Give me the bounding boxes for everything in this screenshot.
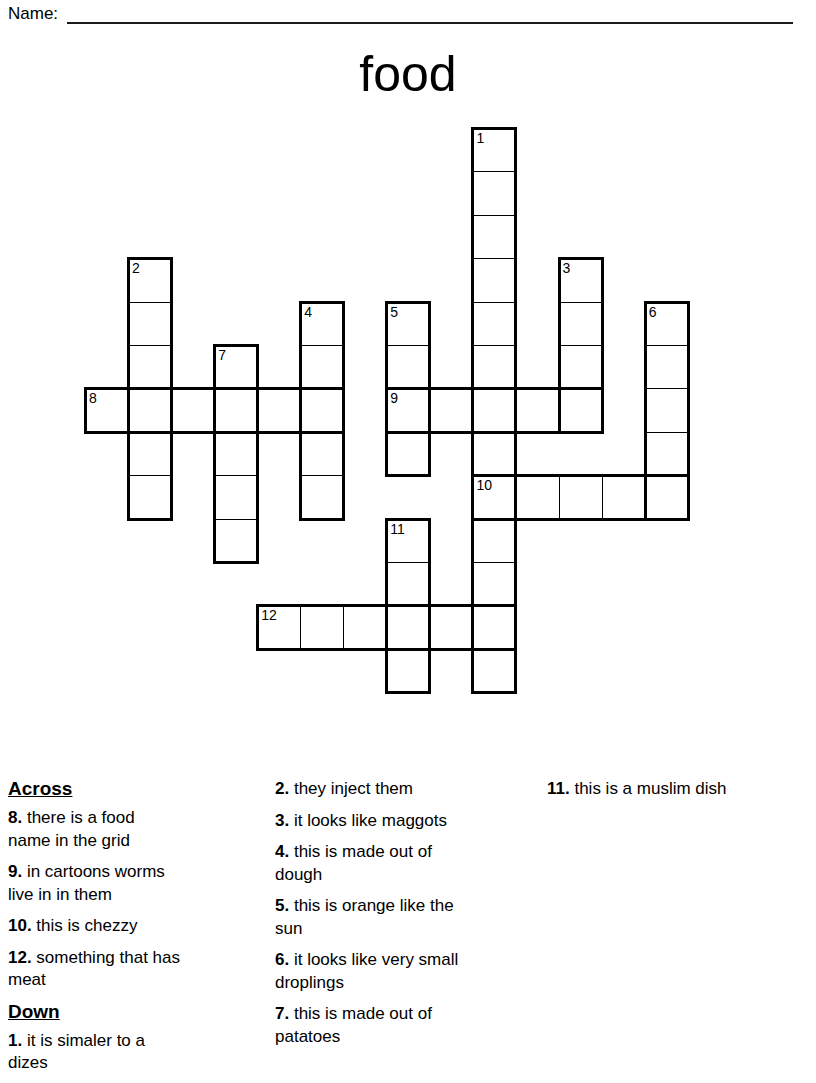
grid-cell-r4c1[interactable]	[128, 302, 172, 346]
name-label: Name:	[8, 4, 58, 24]
clue-item-8: 8. there is a food name in the grid	[8, 807, 180, 852]
clue-text: it looks like maggots	[294, 811, 447, 830]
grid-cell-r5c3[interactable]	[214, 345, 258, 389]
grid-cell-r7c13[interactable]	[645, 432, 689, 476]
clue-number: 1.	[8, 1031, 27, 1050]
clue-number: 8.	[8, 808, 27, 827]
grid-cell-r7c3[interactable]	[214, 432, 258, 476]
clue-text: this is made out of patatoes	[275, 1004, 432, 1046]
grid-cell-r11c4[interactable]	[257, 605, 301, 649]
grid-cell-r5c13[interactable]	[645, 345, 689, 389]
grid-cell-r6c5[interactable]	[300, 388, 344, 432]
grid-cell-r4c13[interactable]	[645, 302, 689, 346]
grid-cell-r3c9[interactable]	[472, 258, 516, 302]
grid-cell-r8c3[interactable]	[214, 475, 258, 519]
grid-cell-r4c5[interactable]	[300, 302, 344, 346]
clue-text: it looks like very small droplings	[275, 950, 458, 992]
clue-item-6: 6. it looks like very small droplings	[275, 949, 473, 994]
clues-column-1: Across8. there is a food name in the gri…	[8, 778, 180, 1083]
grid-cell-r7c7[interactable]	[386, 432, 430, 476]
clue-number: 7.	[275, 1004, 294, 1023]
clue-text: it is simaler to a dizes	[8, 1031, 145, 1073]
clue-number: 5.	[275, 896, 294, 915]
clue-number: 9.	[8, 862, 27, 881]
clue-item-7: 7. this is made out of patatoes	[275, 1003, 473, 1048]
clue-number: 2.	[275, 779, 294, 798]
grid-cell-r0c9[interactable]	[472, 128, 516, 172]
grid-cell-r10c9[interactable]	[472, 562, 516, 606]
clue-item-1: 1. it is simaler to a dizes	[8, 1030, 180, 1075]
grid-cell-r8c1[interactable]	[128, 475, 172, 519]
grid-cell-r12c7[interactable]	[386, 649, 430, 693]
clues-heading-down: Down	[8, 1001, 180, 1022]
grid-cell-r5c1[interactable]	[128, 345, 172, 389]
grid-cell-r8c9[interactable]	[472, 475, 516, 519]
grid-cell-r6c9[interactable]	[472, 388, 516, 432]
grid-cell-r11c7[interactable]	[386, 605, 430, 649]
grid-cell-r11c6[interactable]	[343, 605, 387, 649]
grid-cell-r8c13[interactable]	[645, 475, 689, 519]
grid-cell-r2c9[interactable]	[472, 215, 516, 259]
grid-cell-r6c0[interactable]	[85, 388, 129, 432]
grid-cell-r6c11[interactable]	[559, 388, 603, 432]
clue-text: this is a muslim dish	[574, 779, 726, 798]
clue-text: in cartoons worms live in in them	[8, 862, 165, 904]
clue-number: 6.	[275, 950, 294, 969]
grid-cell-r6c4[interactable]	[257, 388, 301, 432]
grid-cell-r6c2[interactable]	[171, 388, 215, 432]
clue-number: 11.	[547, 779, 574, 798]
name-input-line[interactable]	[67, 3, 793, 24]
clues-column-2: 2. they inject them3. it looks like magg…	[275, 778, 473, 1057]
grid-cell-r4c9[interactable]	[472, 302, 516, 346]
grid-cell-r4c11[interactable]	[559, 302, 603, 346]
clue-text: there is a food name in the grid	[8, 808, 135, 850]
clue-number: 10.	[8, 916, 36, 935]
clues-column-3: 11. this is a muslim dish	[547, 778, 809, 810]
clue-text: this is chezzy	[36, 916, 137, 935]
grid-cell-r9c9[interactable]	[472, 519, 516, 563]
grid-cell-r5c5[interactable]	[300, 345, 344, 389]
grid-cell-r11c9[interactable]	[472, 605, 516, 649]
grid-cell-r8c12[interactable]	[602, 475, 646, 519]
grid-cell-r3c11[interactable]	[559, 258, 603, 302]
grid-cell-r6c8[interactable]	[429, 388, 473, 432]
clue-item-9: 9. in cartoons worms live in in them	[8, 861, 180, 906]
grid-cell-r6c1[interactable]	[128, 388, 172, 432]
clue-item-5: 5. this is orange like the sun	[275, 895, 473, 940]
grid-cell-r5c11[interactable]	[559, 345, 603, 389]
grid-cell-r11c5[interactable]	[300, 605, 344, 649]
grid-cell-r5c7[interactable]	[386, 345, 430, 389]
clue-text: this is orange like the sun	[275, 896, 454, 938]
clue-item-3: 3. it looks like maggots	[275, 810, 473, 833]
grid-cell-r6c13[interactable]	[645, 388, 689, 432]
grid-cell-r8c10[interactable]	[516, 475, 560, 519]
clue-item-12: 12. something that has meat	[8, 947, 180, 992]
clue-number: 4.	[275, 842, 294, 861]
grid-cell-r9c3[interactable]	[214, 519, 258, 563]
grid-cell-r9c7[interactable]	[386, 519, 430, 563]
clues-heading-across: Across	[8, 778, 180, 799]
grid-cell-r10c7[interactable]	[386, 562, 430, 606]
grid-cell-r7c1[interactable]	[128, 432, 172, 476]
grid-cell-r3c1[interactable]	[128, 258, 172, 302]
clue-item-10: 10. this is chezzy	[8, 915, 180, 938]
clue-item-2: 2. they inject them	[275, 778, 473, 801]
clue-number: 3.	[275, 811, 294, 830]
grid-cell-r8c5[interactable]	[300, 475, 344, 519]
grid-cell-r4c7[interactable]	[386, 302, 430, 346]
grid-cell-r6c10[interactable]	[516, 388, 560, 432]
clue-text: this is made out of dough	[275, 842, 432, 884]
grid-cell-r6c7[interactable]	[386, 388, 430, 432]
puzzle-title: food	[0, 44, 816, 104]
clue-item-11: 11. this is a muslim dish	[547, 778, 809, 801]
crossword-grid: 123456789101112	[85, 128, 688, 693]
grid-cell-r8c11[interactable]	[559, 475, 603, 519]
clue-item-4: 4. this is made out of dough	[275, 841, 473, 886]
clue-number: 12.	[8, 948, 36, 967]
grid-cell-r6c3[interactable]	[214, 388, 258, 432]
grid-cell-r1c9[interactable]	[472, 171, 516, 215]
grid-cell-r12c9[interactable]	[472, 649, 516, 693]
grid-cell-r5c9[interactable]	[472, 345, 516, 389]
grid-cell-r11c8[interactable]	[429, 605, 473, 649]
grid-cell-r7c5[interactable]	[300, 432, 344, 476]
grid-cell-r7c9[interactable]	[472, 432, 516, 476]
clue-text: they inject them	[294, 779, 413, 798]
